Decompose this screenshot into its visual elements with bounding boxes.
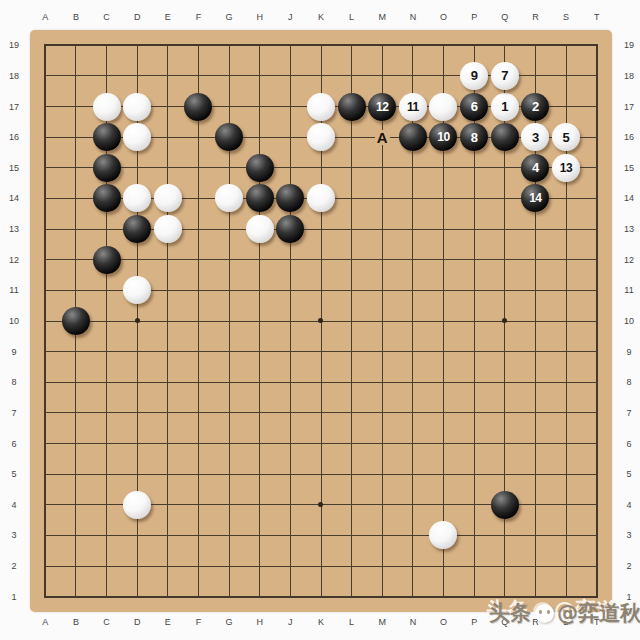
coord-col-bottom-L: L [349,617,354,627]
hoshi-dot [502,318,507,323]
coord-col-bottom-G: G [226,617,233,627]
hoshi-dot [135,318,140,323]
coord-row-right-11: 11 [624,285,633,295]
star-point-K10 [306,306,337,337]
white-stone: 1 [491,93,519,121]
coord-row-right-12: 12 [624,255,634,265]
black-stone: 10 [429,123,457,151]
go-board: 1211612971083541314A [30,30,612,612]
coord-col-bottom-H: H [256,617,263,627]
white-stone [123,491,151,519]
coord-col-top-N: N [410,12,417,22]
white-stone [215,184,243,212]
board-grid: 1211612971083541314A [30,30,612,612]
coord-row-left-6: 6 [11,439,16,449]
white-stone-Q18: 7 [489,61,520,92]
black-stone [93,154,121,182]
black-stone [246,154,274,182]
point-label-A: A [375,130,390,145]
move-number: 12 [376,101,388,113]
coord-row-right-3: 3 [626,530,631,540]
coord-row-right-5: 5 [626,469,631,479]
white-stone [123,276,151,304]
black-stone [62,307,90,335]
move-number: 10 [437,131,449,143]
white-stone-D11 [122,275,153,306]
white-stone [154,215,182,243]
white-stone-K14 [306,183,337,214]
coord-col-top-Q: Q [501,12,508,22]
white-stone-R16: 3 [520,122,551,153]
black-stone-B10 [61,306,92,337]
coord-row-left-19: 19 [9,40,19,50]
coord-col-top-E: E [165,12,171,22]
white-stone-O17 [428,91,459,122]
coord-col-top-G: G [226,12,233,22]
coord-col-bottom-J: J [288,617,293,627]
coord-row-right-19: 19 [624,40,634,50]
coord-row-right-15: 15 [624,163,634,173]
coord-row-left-2: 2 [11,561,16,571]
move-number: 8 [471,131,478,144]
move-number: 6 [471,100,478,113]
coord-row-right-6: 6 [626,439,631,449]
black-stone [184,93,212,121]
move-number: 5 [563,131,570,144]
black-stone [276,184,304,212]
coord-col-bottom-P: P [471,617,477,627]
black-stone-C16 [91,122,122,153]
coord-row-left-3: 3 [11,530,16,540]
black-stone-H14 [244,183,275,214]
white-stone: 5 [552,123,580,151]
black-stone-C15 [91,153,122,184]
white-stone [429,521,457,549]
black-stone-L17 [336,91,367,122]
coord-row-right-2: 2 [626,561,631,571]
black-stone-J14 [275,183,306,214]
black-stone [491,123,519,151]
black-stone-N16 [398,122,429,153]
black-stone-R15: 4 [520,153,551,184]
white-stone-P18: 9 [459,61,490,92]
white-stone: 11 [399,93,427,121]
black-stone [491,491,519,519]
white-stone-S16: 5 [551,122,582,153]
black-stone-C12 [91,244,122,275]
coord-row-left-17: 17 [9,102,19,112]
black-stone-H15 [244,153,275,184]
coord-col-bottom-F: F [196,617,202,627]
coord-col-top-H: H [256,12,263,22]
black-stone-R17: 2 [520,91,551,122]
coord-row-left-4: 4 [11,500,16,510]
white-stone: 7 [491,62,519,90]
move-number: 1 [501,100,508,113]
coord-row-right-4: 4 [626,500,631,510]
star-point-Q10 [489,306,520,337]
move-number: 4 [532,161,539,174]
black-stone-C14 [91,183,122,214]
black-stone-O16: 10 [428,122,459,153]
black-stone-M17: 12 [367,91,398,122]
coord-col-top-S: S [563,12,569,22]
coord-col-top-A: A [42,12,48,22]
coord-row-left-5: 5 [11,469,16,479]
white-stone [246,215,274,243]
black-stone [399,123,427,151]
white-stone-D4 [122,489,153,520]
white-stone [307,123,335,151]
black-stone [123,215,151,243]
coord-col-top-B: B [73,12,79,22]
black-stone-P17: 6 [459,91,490,122]
coord-col-top-F: F [196,12,202,22]
white-stone: 3 [521,123,549,151]
coord-row-left-7: 7 [11,408,16,418]
black-stone [93,246,121,274]
white-stone-K16 [306,122,337,153]
coord-row-right-14: 14 [624,193,634,203]
coord-col-bottom-B: B [73,617,79,627]
coord-row-right-8: 8 [626,377,631,387]
black-stone [276,215,304,243]
coord-row-left-9: 9 [11,347,16,357]
black-stone [338,93,366,121]
black-stone [246,184,274,212]
coord-col-bottom-D: D [134,617,141,627]
coord-col-bottom-O: O [440,617,447,627]
black-stone-P16: 8 [459,122,490,153]
move-number: 9 [471,69,478,82]
hoshi-dot [318,502,323,507]
white-stone-G14 [214,183,245,214]
coord-row-left-10: 10 [9,316,19,326]
black-stone: 6 [460,93,488,121]
coord-col-bottom-Q: Q [501,617,508,627]
white-stone-Q17: 1 [489,91,520,122]
move-number: 14 [529,192,541,204]
coord-col-bottom-R: R [532,617,539,627]
coord-row-right-7: 7 [626,408,631,418]
hoshi-dot [318,318,323,323]
coord-col-top-R: R [532,12,539,22]
white-stone-H13 [244,214,275,245]
coord-col-top-T: T [594,12,600,22]
coord-col-top-D: D [134,12,141,22]
coord-col-top-O: O [440,12,447,22]
coord-row-left-12: 12 [9,255,19,265]
black-stone-Q4 [489,489,520,520]
coord-row-right-18: 18 [624,71,634,81]
move-number: 3 [532,131,539,144]
move-number: 2 [532,100,539,113]
black-stone-D13 [122,214,153,245]
white-stone [307,184,335,212]
coord-row-left-14: 14 [9,193,19,203]
white-stone-E13 [153,214,184,245]
marker-A-M16: A [367,122,398,153]
white-stone [307,93,335,121]
coord-col-top-L: L [349,12,354,22]
black-stone-F17 [183,91,214,122]
white-stone: 9 [460,62,488,90]
white-stone [123,123,151,151]
white-stone-N17: 11 [398,91,429,122]
go-diagram-screenshot: AABBCCDDEEFFGGHHJJKKLLMMNNOOPPQQRRSSTT19… [0,0,640,640]
coord-col-bottom-N: N [410,617,417,627]
black-stone [93,184,121,212]
coord-col-top-C: C [103,12,110,22]
coord-col-bottom-K: K [318,617,324,627]
black-stone: 8 [460,123,488,151]
move-number: 11 [407,101,419,113]
coord-row-left-8: 8 [11,377,16,387]
black-stone: 4 [521,154,549,182]
coord-col-top-P: P [471,12,477,22]
white-stone-S15: 13 [551,153,582,184]
coord-row-right-1: 1 [626,592,631,602]
white-stone [93,93,121,121]
white-stone-D16 [122,122,153,153]
star-point-D10 [122,306,153,337]
white-stone-E14 [153,183,184,214]
coord-row-left-16: 16 [9,132,19,142]
white-stone [429,93,457,121]
coord-col-bottom-S: S [563,617,569,627]
coord-col-bottom-A: A [42,617,48,627]
coord-row-left-11: 11 [9,285,18,295]
coord-row-left-1: 1 [11,592,16,602]
white-stone-D14 [122,183,153,214]
coord-row-right-9: 9 [626,347,631,357]
white-stone: 13 [552,154,580,182]
white-stone [123,184,151,212]
white-stone-C17 [91,91,122,122]
black-stone: 14 [521,184,549,212]
black-stone: 2 [521,93,549,121]
white-stone-D17 [122,91,153,122]
coord-row-right-10: 10 [624,316,634,326]
coord-row-left-15: 15 [9,163,19,173]
black-stone-R14: 14 [520,183,551,214]
coord-row-left-18: 18 [9,71,19,81]
coord-col-bottom-M: M [379,617,387,627]
move-number: 13 [560,162,572,174]
coord-col-bottom-C: C [103,617,110,627]
coord-col-bottom-T: T [594,617,600,627]
black-stone-Q16 [489,122,520,153]
black-stone-J13 [275,214,306,245]
white-stone-K17 [306,91,337,122]
white-stone-O3 [428,520,459,551]
black-stone-G16 [214,122,245,153]
black-stone: 12 [368,93,396,121]
white-stone [123,93,151,121]
coord-row-left-13: 13 [9,224,19,234]
move-number: 7 [501,69,508,82]
coord-row-right-16: 16 [624,132,634,142]
star-point-K4 [306,489,337,520]
coord-col-top-J: J [288,12,293,22]
coord-row-right-17: 17 [624,102,634,112]
white-stone [154,184,182,212]
coord-row-right-13: 13 [624,224,634,234]
black-stone [215,123,243,151]
coord-col-top-M: M [379,12,387,22]
coord-col-bottom-E: E [165,617,171,627]
black-stone [93,123,121,151]
coord-col-top-K: K [318,12,324,22]
